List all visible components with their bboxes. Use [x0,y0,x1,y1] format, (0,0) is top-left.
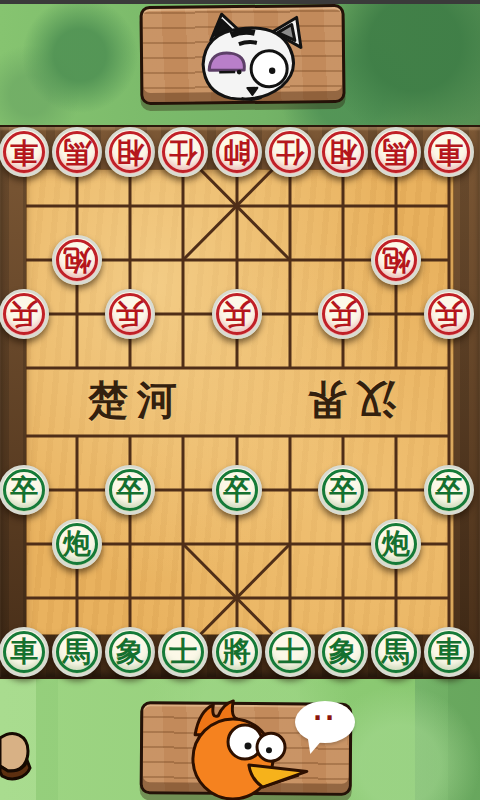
piece-glyph: 卒 [116,476,144,504]
piece-glyph: 象 [116,638,144,666]
piece-glyph: 兵 [223,300,251,328]
piece-glyph: 士 [276,638,304,666]
piece-glyph: 馬 [382,638,410,666]
piece-red-soldier[interactable]: 兵 [318,289,368,339]
piece-glyph: 兵 [10,300,38,328]
piece-red-soldier[interactable]: 兵 [0,289,49,339]
piece-glyph: 馬 [382,138,410,166]
piece-green-general[interactable]: 將 [212,627,262,677]
piece-red-soldier[interactable]: 兵 [105,289,155,339]
piece-glyph: 士 [169,638,197,666]
piece-red-horse[interactable]: 馬 [52,127,102,177]
piece-red-elephant[interactable]: 相 [318,127,368,177]
piece-red-cannon[interactable]: 炮 [371,235,421,285]
piece-glyph: 炮 [63,530,91,558]
piece-red-soldier[interactable]: 兵 [424,289,474,339]
piece-glyph: 兵 [435,300,463,328]
piece-green-advisor[interactable]: 士 [265,627,315,677]
piece-red-soldier[interactable]: 兵 [212,289,262,339]
piece-red-general[interactable]: 帥 [212,127,262,177]
piece-green-soldier[interactable]: 卒 [212,465,262,515]
piece-green-chariot[interactable]: 車 [424,627,474,677]
piece-glyph: 馬 [63,138,91,166]
speech-bubble: ·· [295,701,355,743]
piece-green-horse[interactable]: 馬 [371,627,421,677]
piece-glyph: 車 [10,138,38,166]
piece-red-horse[interactable]: 馬 [371,127,421,177]
piece-glyph: 相 [329,138,357,166]
piece-glyph: 炮 [382,530,410,558]
piece-red-chariot[interactable]: 車 [0,127,49,177]
piece-red-advisor[interactable]: 仕 [158,127,208,177]
piece-glyph: 將 [223,638,251,666]
piece-green-cannon[interactable]: 炮 [371,519,421,569]
piece-glyph: 相 [116,138,144,166]
piece-green-horse[interactable]: 馬 [52,627,102,677]
piece-glyph: 馬 [63,638,91,666]
piece-red-advisor[interactable]: 仕 [265,127,315,177]
piece-red-chariot[interactable]: 車 [424,127,474,177]
xiangqi-board: 楚河 汉界 車馬相仕帥仕相馬車炮炮兵兵兵兵兵卒卒卒卒卒炮炮車馬象士將士象馬車 [0,125,480,679]
piece-glyph: 兵 [329,300,357,328]
piece-glyph: 兵 [116,300,144,328]
piece-green-elephant[interactable]: 象 [105,627,155,677]
piece-green-soldier[interactable]: 卒 [318,465,368,515]
piece-glyph: 車 [10,638,38,666]
tiger-avatar [173,7,319,108]
piece-green-cannon[interactable]: 炮 [52,519,102,569]
piece-green-advisor[interactable]: 士 [158,627,208,677]
piece-glyph: 卒 [10,476,38,504]
piece-glyph: 仕 [169,138,197,166]
piece-glyph: 車 [435,638,463,666]
piece-green-elephant[interactable]: 象 [318,627,368,677]
piece-green-chariot[interactable]: 車 [0,627,49,677]
game-scene: 楚河 汉界 車馬相仕帥仕相馬車炮炮兵兵兵兵兵卒卒卒卒卒炮炮車馬象士將士象馬車 ·… [0,0,480,800]
piece-red-elephant[interactable]: 相 [105,127,155,177]
piece-glyph: 象 [329,638,357,666]
piece-glyph: 車 [435,138,463,166]
pieces-layer: 車馬相仕帥仕相馬車炮炮兵兵兵兵兵卒卒卒卒卒炮炮車馬象士將士象馬車 [0,127,480,677]
opponent-sign [139,4,345,105]
piece-green-soldier[interactable]: 卒 [424,465,474,515]
piece-glyph: 炮 [382,246,410,274]
piece-red-cannon[interactable]: 炮 [52,235,102,285]
piece-green-soldier[interactable]: 卒 [0,465,49,515]
piece-glyph: 仕 [276,138,304,166]
piece-glyph: 卒 [435,476,463,504]
piece-glyph: 卒 [329,476,357,504]
wooden-hook-icon [0,726,34,784]
piece-glyph: 炮 [63,246,91,274]
piece-green-soldier[interactable]: 卒 [105,465,155,515]
piece-glyph: 帥 [223,138,251,166]
status-bar [0,0,480,4]
piece-glyph: 卒 [223,476,251,504]
